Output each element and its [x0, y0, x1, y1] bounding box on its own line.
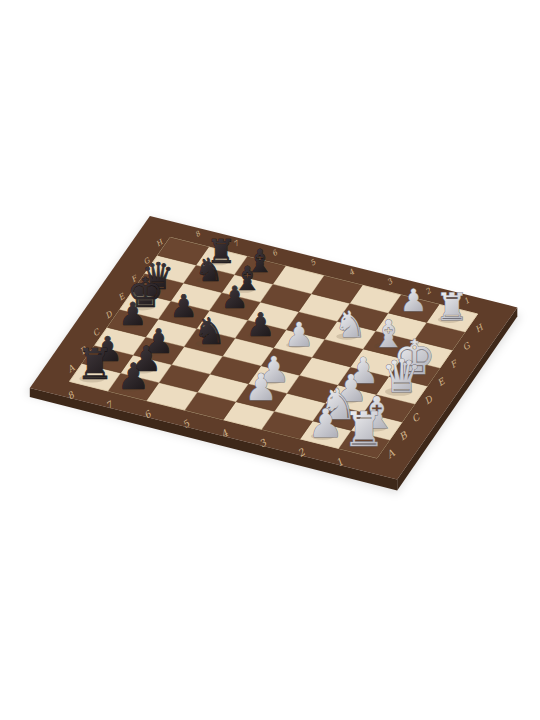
piece-silver-pawn-b4[interactable]: ♟: [245, 366, 278, 409]
product-photo-stage: AABBCCDDEEFFGGHH1122334455667788♜♝♞♛♝♚♟♟…: [0, 0, 540, 720]
piece-silver-pawn-a2[interactable]: ♟: [308, 400, 343, 446]
piece-silver-rook-h1[interactable]: ♜: [435, 285, 469, 329]
piece-silver-rook-a1[interactable]: ♜: [343, 402, 386, 457]
chess-board: AABBCCDDEEFFGGHH1122334455667788♜♝♞♛♝♚♟♟…: [0, 0, 540, 720]
piece-dark-knight-d6[interactable]: ♞: [193, 310, 226, 353]
piece-dark-pawn-e5[interactable]: ♟: [246, 306, 275, 344]
piece-silver-knight-f3[interactable]: ♞: [334, 304, 366, 346]
piece-dark-rook-a8[interactable]: ♜: [76, 340, 114, 389]
piece-dark-knight-g7[interactable]: ♞: [195, 251, 224, 288]
piece-dark-pawn-a7[interactable]: ♟: [117, 356, 149, 398]
